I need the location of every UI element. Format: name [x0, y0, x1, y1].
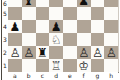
file-label-e: e	[63, 72, 77, 80]
board-square-a6[interactable]	[8, 0, 22, 7]
board-square-f6[interactable]: ♟	[77, 0, 91, 7]
piece-white-knight-d3: ♘	[49, 34, 63, 46]
board-square-h6[interactable]	[104, 0, 118, 7]
board-square-c6[interactable]	[36, 0, 50, 7]
board-square-g3[interactable]	[91, 33, 105, 46]
board-square-b4[interactable]	[22, 20, 36, 33]
board-square-b5[interactable]	[22, 7, 36, 20]
piece-white-pawn-h2: ♙	[104, 47, 118, 59]
board-square-e4[interactable]	[63, 20, 77, 33]
board-square-d4[interactable]: ♟	[49, 20, 63, 33]
board-square-a3[interactable]	[8, 33, 22, 46]
file-label-c: c	[36, 72, 50, 80]
file-label-h: h	[104, 72, 118, 80]
board-square-f5[interactable]	[77, 7, 91, 20]
board-square-h3[interactable]	[104, 33, 118, 46]
piece-white-rook-d1: ♖	[49, 60, 63, 72]
board-square-c1[interactable]	[36, 59, 50, 72]
board-square-d2[interactable]	[49, 46, 63, 59]
piece-white-pawn-g2: ♙	[91, 47, 105, 59]
board-square-b2[interactable]: ♙	[22, 46, 36, 59]
chess-board[interactable]: ♝♟♟♟♘♙♙♜♙♙♙♖♔	[8, 0, 119, 73]
board-square-e2[interactable]	[63, 46, 77, 59]
piece-white-king-f1: ♔	[77, 60, 91, 72]
piece-white-pawn-a2: ♙	[8, 47, 22, 59]
board-square-f2[interactable]: ♙	[77, 46, 91, 59]
file-label-f: f	[77, 72, 91, 80]
piece-white-pawn-b2: ♙	[22, 47, 36, 59]
board-square-g4[interactable]	[91, 20, 105, 33]
board-square-a2[interactable]: ♙	[8, 46, 22, 59]
board-square-e3[interactable]	[63, 33, 77, 46]
board-square-h1[interactable]	[104, 59, 118, 72]
board-square-f1[interactable]: ♔	[77, 59, 91, 72]
file-label-b: b	[22, 72, 36, 80]
board-square-b1[interactable]	[22, 59, 36, 72]
board-square-f4[interactable]	[77, 20, 91, 33]
board-square-d1[interactable]: ♖	[49, 59, 63, 72]
board-square-b6[interactable]: ♝	[22, 0, 36, 7]
board-square-a5[interactable]	[8, 7, 22, 20]
file-label-d: d	[49, 72, 63, 80]
piece-black-pawn-d4: ♟	[49, 21, 63, 33]
board-square-f3[interactable]	[77, 33, 91, 46]
file-label-a: a	[8, 72, 22, 80]
file-label-g: g	[91, 72, 105, 80]
board-square-b3[interactable]	[22, 33, 36, 46]
piece-black-bishop-b6: ♝	[22, 0, 36, 7]
board-square-d5[interactable]	[49, 7, 63, 20]
board-square-g6[interactable]	[91, 0, 105, 7]
board-square-e6[interactable]	[63, 0, 77, 7]
board-square-c5[interactable]	[36, 7, 50, 20]
board-square-c3[interactable]	[36, 33, 50, 46]
board-square-e1[interactable]	[63, 59, 77, 72]
piece-black-pawn-f6: ♟	[77, 0, 91, 7]
board-square-a1[interactable]	[8, 59, 22, 72]
piece-black-pawn-a4: ♟	[8, 21, 22, 33]
board-square-g2[interactable]: ♙	[91, 46, 105, 59]
board-square-h2[interactable]: ♙	[104, 46, 118, 59]
board-square-g5[interactable]	[91, 7, 105, 20]
board-square-d3[interactable]: ♘	[49, 33, 63, 46]
board-square-c4[interactable]	[36, 20, 50, 33]
board-square-d6[interactable]	[49, 0, 63, 7]
board-square-a4[interactable]: ♟	[8, 20, 22, 33]
board-square-e5[interactable]	[63, 7, 77, 20]
file-labels-row: abcdefgh	[8, 72, 118, 80]
board-square-c2[interactable]: ♜	[36, 46, 50, 59]
piece-white-pawn-f2: ♙	[77, 47, 91, 59]
piece-black-rook-c2: ♜	[36, 47, 50, 59]
board-square-h4[interactable]	[104, 20, 118, 33]
board-square-h5[interactable]	[104, 7, 118, 20]
chess-diagram: 654321 ♝♟♟♟♘♙♙♜♙♙♙♖♔ abcdefgh	[0, 0, 120, 80]
board-square-g1[interactable]	[91, 59, 105, 72]
